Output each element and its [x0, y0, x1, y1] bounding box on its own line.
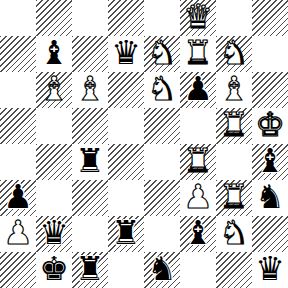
square-f1[interactable]: [180, 252, 216, 288]
black-rook-icon: ♜: [75, 144, 105, 179]
square-b3[interactable]: [36, 180, 72, 216]
square-h6[interactable]: [252, 72, 288, 108]
square-f4[interactable]: ♜: [180, 144, 216, 180]
white-rook-icon: ♜: [183, 36, 213, 71]
square-e3[interactable]: [144, 180, 180, 216]
black-bishop-icon: ♝: [255, 144, 285, 179]
square-a5[interactable]: [0, 108, 36, 144]
square-c4[interactable]: ♜: [72, 144, 108, 180]
white-pawn-icon: ♟: [183, 180, 213, 215]
square-h1[interactable]: ♛: [252, 252, 288, 288]
square-g1[interactable]: [216, 252, 252, 288]
square-c5[interactable]: [72, 108, 108, 144]
black-pawn-icon: ♟: [183, 72, 213, 107]
square-c1[interactable]: ♜: [72, 252, 108, 288]
square-d6[interactable]: [108, 72, 144, 108]
square-d5[interactable]: [108, 108, 144, 144]
black-knight-icon: ♞: [255, 180, 285, 215]
white-bishop-icon: ♝: [75, 72, 105, 107]
square-b8[interactable]: [36, 0, 72, 36]
chess-board: ♛♝♛♞♜♞♝♝♞♟♝♜♚♜♜♝♟♟♜♞♟♛♜♝♞♚♜♞♛: [0, 0, 288, 288]
square-a4[interactable]: [0, 144, 36, 180]
square-e2[interactable]: [144, 216, 180, 252]
square-b7[interactable]: ♝: [36, 36, 72, 72]
white-knight-icon: ♞: [219, 216, 249, 251]
square-d2[interactable]: ♜: [108, 216, 144, 252]
square-g4[interactable]: [216, 144, 252, 180]
square-a1[interactable]: [0, 252, 36, 288]
white-queen-icon: ♛: [183, 0, 213, 35]
square-e1[interactable]: ♞: [144, 252, 180, 288]
black-queen-icon: ♛: [255, 252, 285, 287]
square-e4[interactable]: [144, 144, 180, 180]
square-e5[interactable]: [144, 108, 180, 144]
square-h5[interactable]: ♚: [252, 108, 288, 144]
white-knight-icon: ♞: [219, 36, 249, 71]
square-e7[interactable]: ♞: [144, 36, 180, 72]
square-h8[interactable]: [252, 0, 288, 36]
black-queen-icon: ♛: [39, 216, 69, 251]
black-pawn-icon: ♟: [3, 180, 33, 215]
black-rook-icon: ♜: [111, 216, 141, 251]
square-f7[interactable]: ♜: [180, 36, 216, 72]
white-rook-icon: ♜: [219, 180, 249, 215]
square-c3[interactable]: [72, 180, 108, 216]
white-rook-icon: ♜: [219, 108, 249, 143]
square-b4[interactable]: [36, 144, 72, 180]
square-d3[interactable]: [108, 180, 144, 216]
square-f6[interactable]: ♟: [180, 72, 216, 108]
square-b6[interactable]: ♝: [36, 72, 72, 108]
square-g8[interactable]: [216, 0, 252, 36]
white-king-icon: ♚: [255, 108, 285, 143]
square-c7[interactable]: [72, 36, 108, 72]
white-knight-icon: ♞: [147, 72, 177, 107]
square-c2[interactable]: [72, 216, 108, 252]
black-bishop-icon: ♝: [183, 216, 213, 251]
square-c6[interactable]: ♝: [72, 72, 108, 108]
white-rook-icon: ♜: [183, 144, 213, 179]
square-d7[interactable]: ♛: [108, 36, 144, 72]
square-a6[interactable]: [0, 72, 36, 108]
square-g3[interactable]: ♜: [216, 180, 252, 216]
square-g7[interactable]: ♞: [216, 36, 252, 72]
square-b5[interactable]: [36, 108, 72, 144]
black-queen-icon: ♛: [111, 36, 141, 71]
square-b2[interactable]: ♛: [36, 216, 72, 252]
square-h4[interactable]: ♝: [252, 144, 288, 180]
black-rook-icon: ♜: [75, 252, 105, 287]
square-h3[interactable]: ♞: [252, 180, 288, 216]
square-a7[interactable]: [0, 36, 36, 72]
square-c8[interactable]: [72, 0, 108, 36]
square-d1[interactable]: [108, 252, 144, 288]
black-king-icon: ♚: [39, 252, 69, 287]
square-g6[interactable]: ♝: [216, 72, 252, 108]
white-bishop-icon: ♝: [219, 72, 249, 107]
white-knight-icon: ♞: [147, 36, 177, 71]
square-g2[interactable]: ♞: [216, 216, 252, 252]
square-g5[interactable]: ♜: [216, 108, 252, 144]
square-h7[interactable]: [252, 36, 288, 72]
square-a2[interactable]: ♟: [0, 216, 36, 252]
square-e8[interactable]: [144, 0, 180, 36]
square-a8[interactable]: [0, 0, 36, 36]
white-bishop-icon: ♝: [39, 72, 69, 107]
square-b1[interactable]: ♚: [36, 252, 72, 288]
square-d4[interactable]: [108, 144, 144, 180]
square-f3[interactable]: ♟: [180, 180, 216, 216]
square-h2[interactable]: [252, 216, 288, 252]
black-knight-icon: ♞: [147, 252, 177, 287]
square-f5[interactable]: [180, 108, 216, 144]
square-f2[interactable]: ♝: [180, 216, 216, 252]
square-d8[interactable]: [108, 0, 144, 36]
white-pawn-icon: ♟: [3, 216, 33, 251]
square-e6[interactable]: ♞: [144, 72, 180, 108]
square-a3[interactable]: ♟: [0, 180, 36, 216]
square-f8[interactable]: ♛: [180, 0, 216, 36]
black-bishop-icon: ♝: [39, 36, 69, 71]
